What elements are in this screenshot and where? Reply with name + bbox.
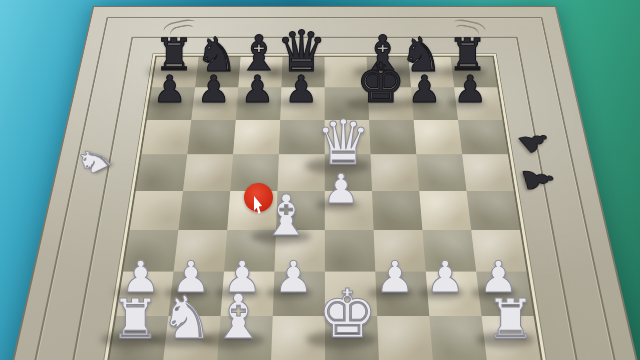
white-pawn-e4[interactable]: ♟ xyxy=(316,171,365,209)
square-g4[interactable] xyxy=(419,191,471,230)
square-a6[interactable] xyxy=(141,120,191,154)
square-f4[interactable] xyxy=(372,191,422,230)
square-a5[interactable] xyxy=(136,154,188,191)
black-pawn-a7[interactable]: ♟ xyxy=(147,72,192,106)
square-h5[interactable] xyxy=(462,154,514,191)
white-king-e1[interactable]: ♚ xyxy=(307,284,387,345)
white-bishop-d3[interactable]: ♝ xyxy=(252,189,320,241)
white-pawn-g2[interactable]: ♟ xyxy=(419,257,471,297)
black-pawn-c7[interactable]: ♟ xyxy=(235,72,280,106)
square-h6[interactable] xyxy=(458,120,508,154)
square-g5[interactable] xyxy=(416,154,466,191)
black-pawn-b7[interactable]: ♟ xyxy=(191,72,236,106)
black-pawn-h7[interactable]: ♟ xyxy=(448,72,493,106)
white-rook-h1[interactable]: ♜ xyxy=(478,294,544,345)
black-pawn-g7[interactable]: ♟ xyxy=(402,72,447,106)
square-b4[interactable] xyxy=(178,191,230,230)
captured-black-pawn: ♟ xyxy=(514,160,563,199)
square-c6[interactable] xyxy=(233,120,280,154)
square-g6[interactable] xyxy=(414,120,463,154)
white-bishop-c1[interactable]: ♝ xyxy=(202,289,275,345)
square-h4[interactable] xyxy=(467,191,520,230)
white-queen-e5[interactable]: ♛ xyxy=(306,114,380,171)
square-b5[interactable] xyxy=(183,154,233,191)
square-b6[interactable] xyxy=(187,120,235,154)
black-pawn-d7[interactable]: ♟ xyxy=(279,72,324,106)
chess-game-viewport: ♞♟♟ ♜♞♝♛♝♞♜♟♟♟♟♚♟♟♛♟♝♟♟♟♟♟♟♟♜♞♝♚♜ xyxy=(0,0,640,360)
square-a4[interactable] xyxy=(130,191,183,230)
